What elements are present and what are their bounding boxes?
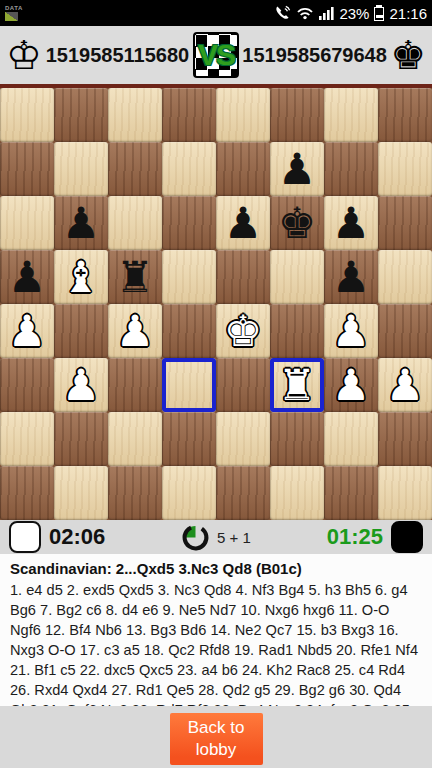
square-h8[interactable] — [378, 88, 432, 142]
data-label: DATA — [5, 5, 23, 11]
increment-clock-icon — [181, 523, 210, 552]
opening-name: Scandinavian: 2...Qxd5 3.Nc3 Qd8 (B01c) — [10, 560, 422, 577]
square-g7[interactable] — [324, 142, 378, 196]
square-f1[interactable] — [270, 466, 324, 520]
piece-white-pawn: ♟ — [324, 358, 378, 412]
piece-white-king: ♚ — [216, 304, 270, 358]
piece-white-bishop: ♝ — [54, 250, 108, 304]
square-a7[interactable] — [0, 142, 54, 196]
black-king-icon: ♚ — [390, 35, 426, 75]
square-a2[interactable] — [0, 412, 54, 466]
clock-bar: 02:06 5 + 1 01:25 — [0, 520, 432, 554]
piece-black-king: ♚ — [270, 196, 324, 250]
square-e6[interactable]: ♟ — [216, 196, 270, 250]
white-player-id: 1519585115680 — [42, 44, 193, 67]
square-h2[interactable] — [378, 412, 432, 466]
move-list: 1. e4 d5 2. exd5 Qxd5 3. Nc3 Qd8 4. Nf3 … — [10, 581, 422, 706]
square-c3[interactable] — [108, 358, 162, 412]
moves-panel[interactable]: Scandinavian: 2...Qxd5 3.Nc3 Qd8 (B01c) … — [0, 554, 432, 706]
battery-icon — [374, 5, 384, 21]
battery-percent: 23% — [339, 5, 369, 22]
square-f4[interactable] — [270, 304, 324, 358]
piece-black-pawn: ♟ — [54, 196, 108, 250]
square-d4[interactable] — [162, 304, 216, 358]
square-c4[interactable]: ♟ — [108, 304, 162, 358]
piece-black-pawn: ♟ — [0, 250, 54, 304]
piece-black-pawn: ♟ — [324, 250, 378, 304]
square-b2[interactable] — [54, 412, 108, 466]
square-d7[interactable] — [162, 142, 216, 196]
square-f2[interactable] — [270, 412, 324, 466]
square-f5[interactable] — [270, 250, 324, 304]
square-c8[interactable] — [108, 88, 162, 142]
square-g3[interactable]: ♟ — [324, 358, 378, 412]
vs-checkerboard-icon: VS — [193, 32, 239, 78]
square-g2[interactable] — [324, 412, 378, 466]
square-a6[interactable] — [0, 196, 54, 250]
data-usage-icon — [5, 12, 18, 21]
square-f3[interactable]: ♜ — [270, 358, 324, 412]
square-f7[interactable]: ♟ — [270, 142, 324, 196]
square-f6[interactable]: ♚ — [270, 196, 324, 250]
square-h5[interactable] — [378, 250, 432, 304]
square-b6[interactable]: ♟ — [54, 196, 108, 250]
phone-icon — [274, 5, 291, 21]
piece-black-pawn: ♟ — [216, 196, 270, 250]
square-d1[interactable] — [162, 466, 216, 520]
chess-board[interactable]: ♟♟♟♚♟♟♝♜♟♟♟♚♟♟♜♟♟ — [0, 88, 432, 520]
square-g1[interactable] — [324, 466, 378, 520]
piece-white-pawn: ♟ — [54, 358, 108, 412]
piece-white-pawn: ♟ — [378, 358, 432, 412]
square-e3[interactable] — [216, 358, 270, 412]
piece-black-rook: ♜ — [108, 250, 162, 304]
back-to-lobby-button[interactable]: Back to lobby — [170, 713, 263, 765]
square-h3[interactable]: ♟ — [378, 358, 432, 412]
status-bar: DATA 23% 21:16 — [0, 0, 432, 26]
square-a3[interactable] — [0, 358, 54, 412]
square-a5[interactable]: ♟ — [0, 250, 54, 304]
data-usage-indicator: DATA — [5, 5, 23, 21]
square-g6[interactable]: ♟ — [324, 196, 378, 250]
piece-white-pawn: ♟ — [0, 304, 54, 358]
square-g5[interactable]: ♟ — [324, 250, 378, 304]
square-d3[interactable] — [162, 358, 216, 412]
time-control-label: 5 + 1 — [217, 529, 251, 546]
square-d6[interactable] — [162, 196, 216, 250]
square-a4[interactable]: ♟ — [0, 304, 54, 358]
players-header: ♔ 1519585115680 VS 1519585679648 ♚ — [0, 26, 432, 84]
square-b7[interactable] — [54, 142, 108, 196]
signal-strength-icon — [319, 5, 334, 21]
white-clock: 02:06 — [49, 524, 105, 550]
square-c6[interactable] — [108, 196, 162, 250]
status-clock: 21:16 — [389, 5, 427, 22]
square-e1[interactable] — [216, 466, 270, 520]
square-a8[interactable] — [0, 88, 54, 142]
square-b1[interactable] — [54, 466, 108, 520]
square-e5[interactable] — [216, 250, 270, 304]
square-e2[interactable] — [216, 412, 270, 466]
square-a1[interactable] — [0, 466, 54, 520]
square-b3[interactable]: ♟ — [54, 358, 108, 412]
square-c1[interactable] — [108, 466, 162, 520]
white-player-indicator — [9, 521, 41, 553]
piece-black-pawn: ♟ — [324, 196, 378, 250]
square-c7[interactable] — [108, 142, 162, 196]
piece-white-pawn: ♟ — [324, 304, 378, 358]
square-h6[interactable] — [378, 196, 432, 250]
square-c5[interactable]: ♜ — [108, 250, 162, 304]
square-d2[interactable] — [162, 412, 216, 466]
bottom-panel: Back to lobby — [0, 706, 432, 768]
piece-white-pawn: ♟ — [108, 304, 162, 358]
piece-black-pawn: ♟ — [270, 142, 324, 196]
white-king-icon: ♔ — [6, 35, 42, 75]
square-b4[interactable] — [54, 304, 108, 358]
black-player-indicator — [391, 521, 423, 553]
square-g4[interactable]: ♟ — [324, 304, 378, 358]
square-d5[interactable] — [162, 250, 216, 304]
wifi-icon — [296, 5, 314, 21]
square-h7[interactable] — [378, 142, 432, 196]
square-e8[interactable] — [216, 88, 270, 142]
app-screen: DATA 23% 21:16 — [0, 0, 432, 768]
square-h1[interactable] — [378, 466, 432, 520]
square-d8[interactable] — [162, 88, 216, 142]
square-c2[interactable] — [108, 412, 162, 466]
square-e7[interactable] — [216, 142, 270, 196]
black-clock: 01:25 — [327, 524, 383, 550]
square-b5[interactable]: ♝ — [54, 250, 108, 304]
square-g8[interactable] — [324, 88, 378, 142]
square-h4[interactable] — [378, 304, 432, 358]
square-b8[interactable] — [54, 88, 108, 142]
piece-white-rook: ♜ — [270, 358, 324, 412]
square-e4[interactable]: ♚ — [216, 304, 270, 358]
square-f8[interactable] — [270, 88, 324, 142]
black-player-id: 1519585679648 — [239, 44, 390, 67]
vs-label: VS — [195, 34, 237, 76]
